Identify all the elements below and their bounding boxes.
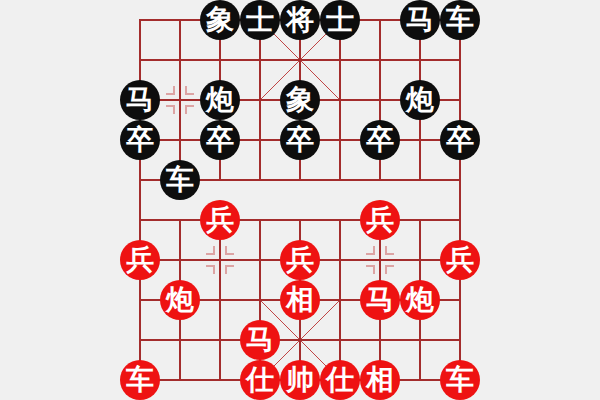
piece-black-pawn[interactable]: 卒 [440, 120, 480, 160]
piece-red-advisor[interactable]: 仕 [320, 360, 360, 400]
piece-red-elephant[interactable]: 相 [360, 360, 400, 400]
grid-line-vertical [339, 219, 341, 381]
piece-red-pawn[interactable]: 兵 [200, 200, 240, 240]
piece-red-horse[interactable]: 马 [360, 280, 400, 320]
piece-red-pawn[interactable]: 兵 [440, 240, 480, 280]
piece-black-chariot[interactable]: 车 [440, 0, 480, 40]
piece-red-pawn[interactable]: 兵 [280, 240, 320, 280]
piece-red-advisor[interactable]: 仕 [240, 360, 280, 400]
grid-line-vertical [179, 19, 181, 181]
grid-line-vertical [139, 19, 141, 381]
piece-black-pawn[interactable]: 卒 [120, 120, 160, 160]
grid-line-vertical [259, 19, 261, 181]
piece-red-chariot[interactable]: 车 [120, 360, 160, 400]
piece-black-pawn[interactable]: 卒 [200, 120, 240, 160]
piece-black-advisor[interactable]: 士 [320, 0, 360, 40]
piece-red-chariot[interactable]: 车 [440, 360, 480, 400]
piece-black-pawn[interactable]: 卒 [280, 120, 320, 160]
piece-black-chariot[interactable]: 车 [160, 160, 200, 200]
piece-black-cannon[interactable]: 炮 [400, 80, 440, 120]
piece-red-cannon[interactable]: 炮 [400, 280, 440, 320]
piece-red-cannon[interactable]: 炮 [160, 280, 200, 320]
piece-red-elephant[interactable]: 相 [280, 280, 320, 320]
piece-black-king[interactable]: 将 [280, 0, 320, 40]
grid-line-vertical [339, 19, 341, 181]
piece-red-horse[interactable]: 马 [240, 320, 280, 360]
grid-line-vertical [459, 19, 461, 381]
piece-red-king[interactable]: 帅 [280, 360, 320, 400]
piece-black-horse[interactable]: 马 [120, 80, 160, 120]
piece-black-pawn[interactable]: 卒 [360, 120, 400, 160]
piece-black-cannon[interactable]: 炮 [200, 80, 240, 120]
piece-black-advisor[interactable]: 士 [240, 0, 280, 40]
piece-red-pawn[interactable]: 兵 [120, 240, 160, 280]
grid-line-vertical [219, 219, 221, 381]
piece-black-horse[interactable]: 马 [400, 0, 440, 40]
piece-black-elephant[interactable]: 象 [280, 80, 320, 120]
piece-red-pawn[interactable]: 兵 [360, 200, 400, 240]
xiangqi-board: 象士将士马车马炮象炮卒卒卒卒卒车兵兵兵兵兵炮相马炮马车仕帅仕相车 [0, 0, 600, 400]
piece-black-elephant[interactable]: 象 [200, 0, 240, 40]
app-background: 象士将士马车马炮象炮卒卒卒卒卒车兵兵兵兵兵炮相马炮马车仕帅仕相车 [0, 0, 600, 400]
